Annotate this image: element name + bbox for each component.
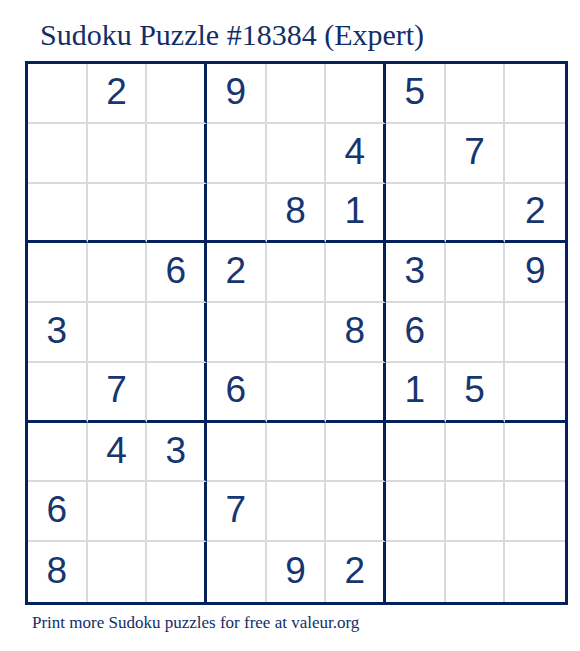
cell-r2c4[interactable] [207, 124, 267, 184]
cell-r3c2[interactable] [88, 184, 148, 244]
cell-r1c5[interactable] [267, 64, 327, 124]
cell-r1c9[interactable] [505, 64, 565, 124]
cell-r4c4[interactable]: 2 [207, 243, 267, 303]
cell-r7c3[interactable]: 3 [147, 423, 207, 483]
cell-r2c3[interactable] [147, 124, 207, 184]
cell-r3c5[interactable]: 8 [267, 184, 327, 244]
cell-r9c6[interactable]: 2 [326, 542, 386, 602]
cell-r2c5[interactable] [267, 124, 327, 184]
cell-r2c2[interactable] [88, 124, 148, 184]
puzzle-title: Sudoku Puzzle #18384 (Expert) [40, 19, 424, 51]
cell-r9c9[interactable] [505, 542, 565, 602]
cell-r6c9[interactable] [505, 363, 565, 423]
cell-r1c7[interactable]: 5 [386, 64, 446, 124]
cell-r6c8[interactable]: 5 [446, 363, 506, 423]
cell-r6c5[interactable] [267, 363, 327, 423]
cell-r1c6[interactable] [326, 64, 386, 124]
cell-r1c8[interactable] [446, 64, 506, 124]
cell-r5c7[interactable]: 6 [386, 303, 446, 363]
cell-r2c7[interactable] [386, 124, 446, 184]
cell-r2c1[interactable] [28, 124, 88, 184]
cell-r6c1[interactable] [28, 363, 88, 423]
cell-r1c1[interactable] [28, 64, 88, 124]
cell-r3c9[interactable]: 2 [505, 184, 565, 244]
cell-r9c3[interactable] [147, 542, 207, 602]
cell-r5c5[interactable] [267, 303, 327, 363]
cell-r7c9[interactable] [505, 423, 565, 483]
cell-r8c4[interactable]: 7 [207, 482, 267, 542]
cell-r3c4[interactable] [207, 184, 267, 244]
cell-r8c6[interactable] [326, 482, 386, 542]
cell-r7c2[interactable]: 4 [88, 423, 148, 483]
cell-r5c8[interactable] [446, 303, 506, 363]
cell-r8c9[interactable] [505, 482, 565, 542]
cell-r6c3[interactable] [147, 363, 207, 423]
cell-r1c2[interactable]: 2 [88, 64, 148, 124]
cell-r5c6[interactable]: 8 [326, 303, 386, 363]
cell-r2c6[interactable]: 4 [326, 124, 386, 184]
cell-r7c8[interactable] [446, 423, 506, 483]
cell-r3c3[interactable] [147, 184, 207, 244]
cell-r8c5[interactable] [267, 482, 327, 542]
cell-r9c2[interactable] [88, 542, 148, 602]
cell-r7c1[interactable] [28, 423, 88, 483]
cell-r8c1[interactable]: 6 [28, 482, 88, 542]
cell-r4c3[interactable]: 6 [147, 243, 207, 303]
cell-r1c3[interactable] [147, 64, 207, 124]
cell-r7c7[interactable] [386, 423, 446, 483]
cell-r4c2[interactable] [88, 243, 148, 303]
cell-r3c8[interactable] [446, 184, 506, 244]
cell-r7c5[interactable] [267, 423, 327, 483]
cell-r5c2[interactable] [88, 303, 148, 363]
cell-r9c5[interactable]: 9 [267, 542, 327, 602]
sudoku-board: 29547812623938676154367892 [25, 61, 568, 605]
cell-r1c4[interactable]: 9 [207, 64, 267, 124]
footer-text: Print more Sudoku puzzles for free at va… [32, 613, 359, 633]
cell-r8c8[interactable] [446, 482, 506, 542]
cell-r8c3[interactable] [147, 482, 207, 542]
page: Sudoku Puzzle #18384 (Expert) 2954781262… [0, 0, 580, 651]
cell-r6c6[interactable] [326, 363, 386, 423]
cell-r3c7[interactable] [386, 184, 446, 244]
cell-r6c4[interactable]: 6 [207, 363, 267, 423]
cell-r8c7[interactable] [386, 482, 446, 542]
cell-r5c9[interactable] [505, 303, 565, 363]
cell-r6c7[interactable]: 1 [386, 363, 446, 423]
cell-r9c4[interactable] [207, 542, 267, 602]
cell-r2c9[interactable] [505, 124, 565, 184]
cell-r4c9[interactable]: 9 [505, 243, 565, 303]
cell-r9c1[interactable]: 8 [28, 542, 88, 602]
cell-r5c3[interactable] [147, 303, 207, 363]
cell-r4c1[interactable] [28, 243, 88, 303]
cell-r5c4[interactable] [207, 303, 267, 363]
cell-r7c4[interactable] [207, 423, 267, 483]
cell-r9c8[interactable] [446, 542, 506, 602]
cell-r5c1[interactable]: 3 [28, 303, 88, 363]
cell-r4c7[interactable]: 3 [386, 243, 446, 303]
cell-r3c1[interactable] [28, 184, 88, 244]
cell-r6c2[interactable]: 7 [88, 363, 148, 423]
cell-r4c5[interactable] [267, 243, 327, 303]
cell-r4c8[interactable] [446, 243, 506, 303]
cell-r9c7[interactable] [386, 542, 446, 602]
cell-r7c6[interactable] [326, 423, 386, 483]
cell-r4c6[interactable] [326, 243, 386, 303]
cell-r3c6[interactable]: 1 [326, 184, 386, 244]
cell-r2c8[interactable]: 7 [446, 124, 506, 184]
cell-r8c2[interactable] [88, 482, 148, 542]
